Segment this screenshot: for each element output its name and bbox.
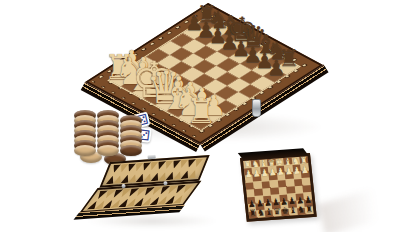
backgammon-point	[110, 164, 121, 173]
mini-square	[286, 179, 294, 180]
backgammon-point	[94, 190, 108, 199]
checkers-stack	[120, 115, 142, 156]
backgammon-point	[172, 195, 186, 204]
product-photo: ♜♞♝♛♚♝♞♜♟♟♟♟♟♟♟♟♟♟♟♟♟♟♟♟♜♞♝♛♚♝♞♜ ⚄ ⚂ ♜♞♝…	[0, 0, 414, 232]
mini-square	[294, 178, 302, 179]
backgammon-board	[86, 153, 222, 228]
mini-square	[245, 181, 253, 182]
mini-chess-piece: ♟	[300, 166, 309, 176]
mini-square	[262, 185, 270, 186]
mini-square	[247, 197, 255, 198]
mini-square	[263, 196, 271, 197]
mini-chess-piece: ♜	[305, 205, 314, 215]
mini-square	[278, 179, 286, 180]
mini-square	[279, 189, 287, 190]
mini-square	[246, 192, 254, 193]
checker-disc	[74, 145, 96, 156]
checkers-and-dice: ⚄ ⚂	[74, 102, 170, 164]
checkers-stack	[74, 110, 96, 156]
backgammon-point	[188, 170, 199, 179]
mini-square	[286, 184, 294, 185]
mini-square	[271, 190, 279, 191]
mini-square	[295, 193, 303, 194]
mini-square	[254, 191, 262, 192]
mini-square	[302, 183, 310, 184]
mini-square	[287, 194, 295, 195]
checker-disc	[97, 145, 119, 156]
mini-square	[287, 189, 295, 190]
mini-square	[271, 195, 279, 196]
backgammon-clasp	[147, 155, 155, 160]
mini-square	[303, 193, 311, 194]
mini-square	[303, 188, 311, 189]
mini-square	[255, 196, 263, 197]
mini-square	[253, 181, 261, 182]
mini-square	[278, 184, 286, 185]
mini-square	[263, 191, 271, 192]
mini-square	[279, 195, 287, 196]
mini-square	[295, 188, 303, 189]
mini-square	[270, 185, 278, 186]
checker-disc	[120, 145, 142, 156]
reflection	[317, 184, 397, 232]
checkers-stack	[97, 110, 119, 156]
mini-square	[302, 177, 310, 178]
mini-square	[254, 186, 262, 187]
mini-square	[261, 180, 269, 181]
mini-square	[269, 180, 277, 181]
folded-magnetic-board: ♜♞♝♛♚♝♞♜♟♟♟♟♟♟♟♟♟♟♟♟♟♟♟♟♜♞♝♛♚♝♞♜	[240, 153, 317, 222]
mini-square	[294, 183, 302, 184]
metal-clasp	[252, 99, 261, 117]
mini-square	[246, 187, 254, 188]
folded-board-pieces: ♜♞♝♛♚♝♞♜♟♟♟♟♟♟♟♟♟♟♟♟♟♟♟♟♜♞♝♛♚♝♞♜	[243, 156, 314, 218]
